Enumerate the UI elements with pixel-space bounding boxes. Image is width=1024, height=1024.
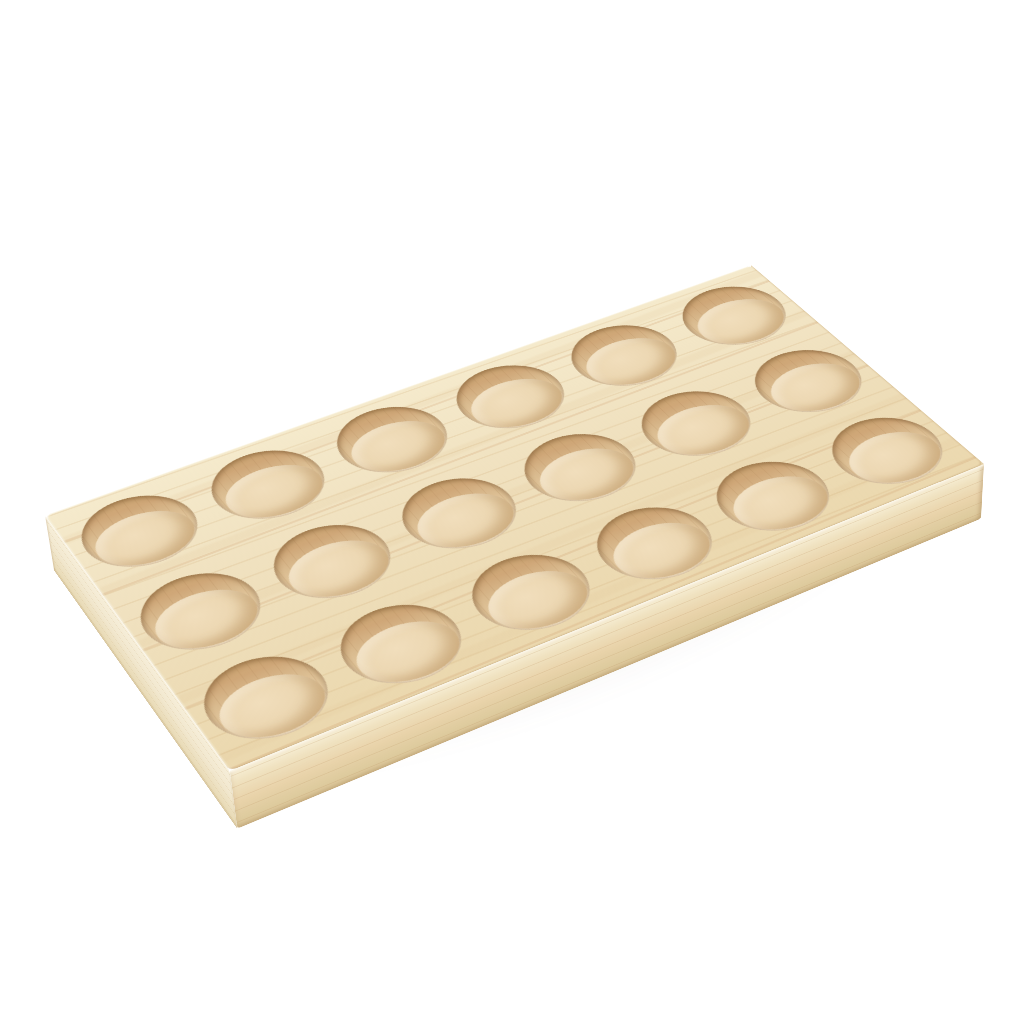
mancala-board xyxy=(45,265,984,771)
pit-r2-c2[interactable] xyxy=(255,511,411,612)
board-scene xyxy=(105,272,935,707)
pit-r1-c1[interactable] xyxy=(64,482,216,580)
pit-r1-c2[interactable] xyxy=(194,438,344,532)
product-photo-stage xyxy=(0,0,1024,1024)
pit-cell-r2-c2 xyxy=(235,498,430,627)
pit-r2-c1[interactable] xyxy=(122,559,280,665)
